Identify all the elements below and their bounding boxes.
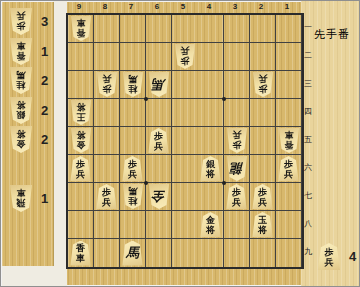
square-4-9[interactable] [198, 239, 224, 267]
file-label-1: 1 [274, 2, 300, 12]
square-8-1[interactable] [94, 15, 120, 43]
square-8-4[interactable] [94, 99, 120, 127]
square-4-7[interactable] [198, 183, 224, 211]
piece-玉将-sente[interactable]: 玉将 [252, 212, 274, 237]
square-9-1[interactable]: 香車 [68, 15, 94, 43]
square-5-9[interactable] [172, 239, 198, 267]
piece-王将-gote[interactable]: 王将 [70, 100, 92, 125]
square-8-8[interactable] [94, 211, 120, 239]
file-label-3: 3 [222, 2, 248, 12]
square-4-8[interactable]: 金将 [198, 211, 224, 239]
gote-hand-桂馬[interactable]: 桂馬2 [9, 67, 48, 94]
square-2-3[interactable]: 歩兵 [250, 71, 276, 99]
square-8-6[interactable] [94, 155, 120, 183]
file-label-2: 2 [248, 2, 274, 12]
square-4-5[interactable] [198, 127, 224, 155]
shogi-app-window: 歩兵3香車1桂馬2銀将2金将2飛車1 987654321 一二三四五六七八九 香… [0, 0, 360, 287]
tray-gap-strip [53, 1, 67, 286]
piece-歩兵-sente[interactable]: 歩兵 [96, 184, 118, 209]
square-6-4[interactable] [146, 99, 172, 127]
piece-金将-gote[interactable]: 金将 [9, 126, 33, 153]
square-2-8[interactable]: 玉将 [250, 211, 276, 239]
piece-馬-gote[interactable]: 馬 [148, 72, 170, 97]
square-8-5[interactable] [94, 127, 120, 155]
square-3-2[interactable] [224, 43, 250, 71]
square-5-3[interactable] [172, 71, 198, 99]
piece-歩兵-sente[interactable]: 歩兵 [317, 243, 341, 270]
square-5-6[interactable] [172, 155, 198, 183]
piece-香車-gote[interactable]: 香車 [70, 16, 92, 41]
square-9-8[interactable] [68, 211, 94, 239]
square-2-7[interactable]: 歩兵 [250, 183, 276, 211]
square-1-5[interactable]: 香車 [276, 127, 302, 155]
hoshi-dot [222, 97, 226, 101]
square-8-9[interactable] [94, 239, 120, 267]
piece-馬-sente[interactable]: 馬 [122, 241, 144, 266]
piece-金将-sente[interactable]: 金将 [200, 212, 222, 237]
piece-桂馬-gote[interactable]: 桂馬 [9, 67, 33, 94]
piece-歩兵-gote[interactable]: 歩兵 [96, 72, 118, 97]
square-1-7[interactable] [276, 183, 302, 211]
square-1-6[interactable]: 歩兵 [276, 155, 302, 183]
piece-歩兵-sente[interactable]: 歩兵 [226, 184, 248, 209]
square-2-9[interactable] [250, 239, 276, 267]
piece-歩兵-gote[interactable]: 歩兵 [252, 72, 274, 97]
square-6-2[interactable] [146, 43, 172, 71]
gote-hand-歩兵[interactable]: 歩兵3 [9, 8, 48, 35]
piece-歩兵-gote[interactable]: 歩兵 [174, 44, 196, 69]
square-1-8[interactable] [276, 211, 302, 239]
square-7-3[interactable]: 桂馬 [120, 71, 146, 99]
sente-hand-count-歩兵: 4 [349, 249, 356, 264]
square-7-4[interactable] [120, 99, 146, 127]
square-6-9[interactable] [146, 239, 172, 267]
square-5-7[interactable] [172, 183, 198, 211]
piece-飛車-gote[interactable]: 飛車 [9, 185, 33, 212]
piece-歩兵-gote[interactable]: 歩兵 [9, 8, 33, 35]
file-label-7: 7 [118, 2, 144, 12]
sente-hand-歩兵[interactable]: 歩兵4 [317, 243, 356, 270]
piece-歩兵-sente[interactable]: 歩兵 [278, 156, 300, 181]
gote-hand-金将[interactable]: 金将2 [9, 126, 48, 153]
square-4-4[interactable] [198, 99, 224, 127]
square-2-1[interactable] [250, 15, 276, 43]
square-5-1[interactable] [172, 15, 198, 43]
square-8-2[interactable] [94, 43, 120, 71]
square-5-5[interactable] [172, 127, 198, 155]
square-5-8[interactable] [172, 211, 198, 239]
piece-歩兵-sente[interactable]: 歩兵 [122, 156, 144, 181]
square-1-1[interactable] [276, 15, 302, 43]
piece-歩兵-sente[interactable]: 歩兵 [148, 128, 170, 153]
piece-香車-sente[interactable]: 香車 [70, 241, 92, 266]
turn-indicator: 先手番 [314, 27, 360, 42]
square-7-1[interactable] [120, 15, 146, 43]
square-4-1[interactable] [198, 15, 224, 43]
gote-hand-香車[interactable]: 香車1 [9, 38, 48, 65]
square-9-3[interactable] [68, 71, 94, 99]
sente-captured-tray: 歩兵4 [317, 243, 356, 270]
hoshi-dot [144, 181, 148, 185]
piece-桂馬-gote[interactable]: 桂馬 [122, 72, 144, 97]
gote-hand-count-銀将: 2 [41, 103, 48, 118]
square-6-8[interactable] [146, 211, 172, 239]
piece-歩兵-sente[interactable]: 歩兵 [252, 184, 274, 209]
shogi-board[interactable]: 香車歩兵歩兵桂馬馬歩兵王将金将歩兵歩兵香車歩兵歩兵銀将龍歩兵歩兵桂馬全歩兵歩兵金… [66, 13, 304, 269]
file-label-6: 6 [144, 2, 170, 12]
square-6-3[interactable]: 馬 [146, 71, 172, 99]
square-7-8[interactable] [120, 211, 146, 239]
square-3-6[interactable]: 龍 [224, 155, 250, 183]
square-3-3[interactable] [224, 71, 250, 99]
square-3-9[interactable] [224, 239, 250, 267]
file-labels: 987654321 [66, 2, 300, 12]
square-1-2[interactable] [276, 43, 302, 71]
square-7-9[interactable]: 馬 [120, 239, 146, 267]
gote-hand-count-歩兵: 3 [41, 14, 48, 29]
piece-桂馬-gote[interactable]: 桂馬 [122, 184, 144, 209]
gote-hand-count-金将: 2 [41, 132, 48, 147]
square-9-4[interactable]: 王将 [68, 99, 94, 127]
square-9-5[interactable]: 金将 [68, 127, 94, 155]
square-6-5[interactable]: 歩兵 [146, 127, 172, 155]
square-5-4[interactable] [172, 99, 198, 127]
square-4-2[interactable] [198, 43, 224, 71]
piece-銀将-sente[interactable]: 銀将 [200, 156, 222, 181]
gote-hand-銀将[interactable]: 銀将2 [9, 97, 48, 124]
square-2-4[interactable] [250, 99, 276, 127]
square-7-6[interactable]: 歩兵 [120, 155, 146, 183]
gote-hand-count-飛車: 1 [41, 191, 48, 206]
square-4-6[interactable]: 銀将 [198, 155, 224, 183]
piece-銀将-gote[interactable]: 銀将 [9, 97, 33, 124]
file-label-8: 8 [92, 2, 118, 12]
square-2-2[interactable] [250, 43, 276, 71]
square-6-6[interactable] [146, 155, 172, 183]
square-1-3[interactable] [276, 71, 302, 99]
file-label-9: 9 [66, 2, 92, 12]
square-7-2[interactable] [120, 43, 146, 71]
square-3-7[interactable]: 歩兵 [224, 183, 250, 211]
square-9-6[interactable]: 歩兵 [68, 155, 94, 183]
square-2-6[interactable] [250, 155, 276, 183]
gote-hand-count-香車: 1 [41, 44, 48, 59]
square-3-1[interactable] [224, 15, 250, 43]
square-4-3[interactable] [198, 71, 224, 99]
gote-hand-飛車[interactable]: 飛車1 [9, 185, 48, 212]
piece-香車-gote[interactable]: 香車 [9, 38, 33, 65]
square-8-3[interactable]: 歩兵 [94, 71, 120, 99]
square-7-5[interactable] [120, 127, 146, 155]
square-2-5[interactable] [250, 127, 276, 155]
square-3-5[interactable]: 歩兵 [224, 127, 250, 155]
square-6-1[interactable] [146, 15, 172, 43]
piece-歩兵-gote[interactable]: 歩兵 [226, 128, 248, 153]
piece-香車-gote[interactable]: 香車 [278, 128, 300, 153]
file-label-5: 5 [170, 2, 196, 12]
square-9-9[interactable]: 香車 [68, 239, 94, 267]
piece-龍-gote[interactable]: 龍 [226, 156, 248, 181]
square-3-4[interactable] [224, 99, 250, 127]
square-5-2[interactable]: 歩兵 [172, 43, 198, 71]
gote-captured-tray: 歩兵3香車1桂馬2銀将2金将2飛車1 [2, 2, 54, 266]
hoshi-dot [222, 181, 226, 185]
piece-歩兵-sente[interactable]: 歩兵 [70, 156, 92, 181]
square-3-8[interactable] [224, 211, 250, 239]
square-8-7[interactable]: 歩兵 [94, 183, 120, 211]
square-1-9[interactable] [276, 239, 302, 267]
hoshi-dot [144, 97, 148, 101]
square-6-7[interactable]: 全 [146, 183, 172, 211]
gote-hand-count-桂馬: 2 [41, 73, 48, 88]
square-9-7[interactable] [68, 183, 94, 211]
file-label-4: 4 [196, 2, 222, 12]
square-9-2[interactable] [68, 43, 94, 71]
piece-金将-gote[interactable]: 金将 [70, 128, 92, 153]
square-7-7[interactable]: 桂馬 [120, 183, 146, 211]
piece-全-gote[interactable]: 全 [148, 184, 170, 209]
tray-bottom-gap [2, 266, 53, 286]
square-1-4[interactable] [276, 99, 302, 127]
